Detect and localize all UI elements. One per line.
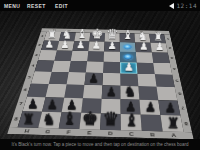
status-message: It's Black's turn now. Tap a piece to mo… xyxy=(12,142,189,147)
black-bishop-c8[interactable]: ♝ xyxy=(124,112,139,129)
square-g5[interactable] xyxy=(49,72,69,85)
file-label-f: F xyxy=(58,128,80,136)
square-d4[interactable] xyxy=(103,62,120,74)
file-label-top-c: C xyxy=(120,30,135,34)
square-b8[interactable] xyxy=(141,114,163,131)
black-pawn-d6[interactable]: ♟ xyxy=(106,85,117,97)
file-label-top-g: G xyxy=(61,29,76,33)
white-pawn-e2[interactable]: ♟ xyxy=(92,40,101,50)
black-queen-d8[interactable]: ♛ xyxy=(102,109,119,128)
file-label-e: E xyxy=(79,129,101,137)
file-label-top-a: A xyxy=(149,30,164,34)
square-a6[interactable] xyxy=(157,87,178,101)
square-c6[interactable]: ♞ xyxy=(120,86,139,100)
top-menu-bar: MENU RESET EDIT 12:14 xyxy=(0,0,200,11)
square-c1[interactable]: ♝ xyxy=(120,33,135,42)
square-d8[interactable]: ♛ xyxy=(100,113,121,130)
app-window: MENU RESET EDIT 12:14 HGFEDCBA HGFEDCBA … xyxy=(0,0,200,150)
square-f5[interactable] xyxy=(67,72,86,85)
edit-button[interactable]: EDIT xyxy=(55,3,68,9)
black-rook-a8[interactable]: ♜ xyxy=(166,115,179,130)
square-a7[interactable]: ♟ xyxy=(158,100,180,115)
square-b2[interactable]: ♟ xyxy=(135,42,152,52)
square-e3[interactable] xyxy=(87,51,104,62)
chess-board: HGFEDCBA HGFEDCBA 12345678 12345678 ♜♞♝♚… xyxy=(7,28,194,139)
square-d3[interactable] xyxy=(104,51,121,62)
square-a5[interactable] xyxy=(155,74,175,87)
black-pawn-b7[interactable]: ♟ xyxy=(145,100,157,113)
black-pawn-e5[interactable]: ♟ xyxy=(88,72,99,84)
black-pawn-a7[interactable]: ♟ xyxy=(164,101,176,114)
status-bar: It's Black's turn now. Tap a piece to mo… xyxy=(0,139,200,150)
black-knight-c6[interactable]: ♞ xyxy=(124,84,137,98)
file-label-top-h: H xyxy=(47,28,62,32)
square-d2[interactable]: ♟ xyxy=(104,42,120,52)
reset-button[interactable]: RESET xyxy=(27,3,46,9)
square-g6[interactable] xyxy=(46,84,67,98)
rank-label-right-1: 1 xyxy=(164,34,172,43)
square-f4[interactable] xyxy=(69,61,87,73)
file-label-g: G xyxy=(37,128,59,136)
black-pawn-h7[interactable]: ♟ xyxy=(27,97,39,110)
file-label-d: D xyxy=(100,130,121,138)
white-pawn-g2[interactable]: ♟ xyxy=(60,39,69,49)
square-f8[interactable]: ♝ xyxy=(59,112,81,129)
file-label-c: C xyxy=(121,130,142,138)
file-label-top-f: F xyxy=(76,29,91,33)
file-label-top-d: D xyxy=(105,30,120,34)
square-e6[interactable] xyxy=(83,85,102,99)
file-label-b: B xyxy=(142,131,164,139)
square-h8[interactable]: ♜ xyxy=(18,111,42,128)
square-b6[interactable] xyxy=(138,86,158,100)
square-c8[interactable]: ♝ xyxy=(121,114,142,131)
game-clock: 12:14 xyxy=(169,2,197,9)
square-h4[interactable] xyxy=(35,60,55,72)
square-e5[interactable]: ♟ xyxy=(84,73,103,86)
black-king-e8[interactable]: ♚ xyxy=(82,109,99,128)
board-scene: HGFEDCBA HGFEDCBA 12345678 12345678 ♜♞♝♚… xyxy=(0,11,200,139)
white-pawn-f2[interactable]: ♟ xyxy=(76,40,85,50)
black-pawn-g7[interactable]: ♟ xyxy=(46,98,58,111)
square-h3[interactable] xyxy=(38,50,57,61)
white-pawn-h2[interactable]: ♟ xyxy=(45,39,54,49)
turn-indicator-triangle-icon xyxy=(169,3,174,9)
file-label-h: H xyxy=(16,127,39,134)
square-c4[interactable]: ♟ xyxy=(120,62,137,74)
white-pawn-a2[interactable]: ♟ xyxy=(155,41,165,51)
white-pawn-d2[interactable]: ♟ xyxy=(107,40,116,50)
file-label-top-b: B xyxy=(134,30,149,34)
square-e8[interactable]: ♚ xyxy=(79,113,101,130)
white-pawn-b2[interactable]: ♟ xyxy=(139,41,148,51)
clock-time: 12:14 xyxy=(176,2,197,9)
square-c2[interactable] xyxy=(120,42,136,52)
file-label-a: A xyxy=(163,131,185,139)
square-g2[interactable]: ♟ xyxy=(57,41,74,51)
square-b4[interactable] xyxy=(137,63,155,75)
square-b7[interactable]: ♟ xyxy=(139,100,160,115)
black-bishop-f8[interactable]: ♝ xyxy=(62,110,77,127)
square-f3[interactable] xyxy=(71,51,89,62)
square-f6[interactable] xyxy=(64,84,84,98)
black-knight-g8[interactable]: ♞ xyxy=(42,111,56,127)
square-b5[interactable] xyxy=(137,74,156,87)
square-g3[interactable] xyxy=(54,50,72,61)
black-rook-h8[interactable]: ♜ xyxy=(22,111,35,126)
menu-button[interactable]: MENU xyxy=(4,3,20,9)
square-g4[interactable] xyxy=(52,61,71,73)
square-b3[interactable] xyxy=(136,52,153,63)
rank-label-right-2: 2 xyxy=(166,43,174,53)
square-a8[interactable]: ♜ xyxy=(160,115,183,132)
square-e2[interactable]: ♟ xyxy=(88,42,104,52)
board-squares-grid: ♜♞♝♚♛♝♞♜♟♟♟♟♟♟♟♟♟♟♞♟♟♟♟♟♟♜♞♝♚♛♝♜ xyxy=(18,32,184,132)
file-label-top-e: E xyxy=(90,29,105,33)
square-f2[interactable]: ♟ xyxy=(73,41,90,51)
rank-label-right-3: 3 xyxy=(168,53,177,64)
square-d6[interactable]: ♟ xyxy=(102,85,121,99)
white-pawn-c4[interactable]: ♟ xyxy=(124,61,134,72)
